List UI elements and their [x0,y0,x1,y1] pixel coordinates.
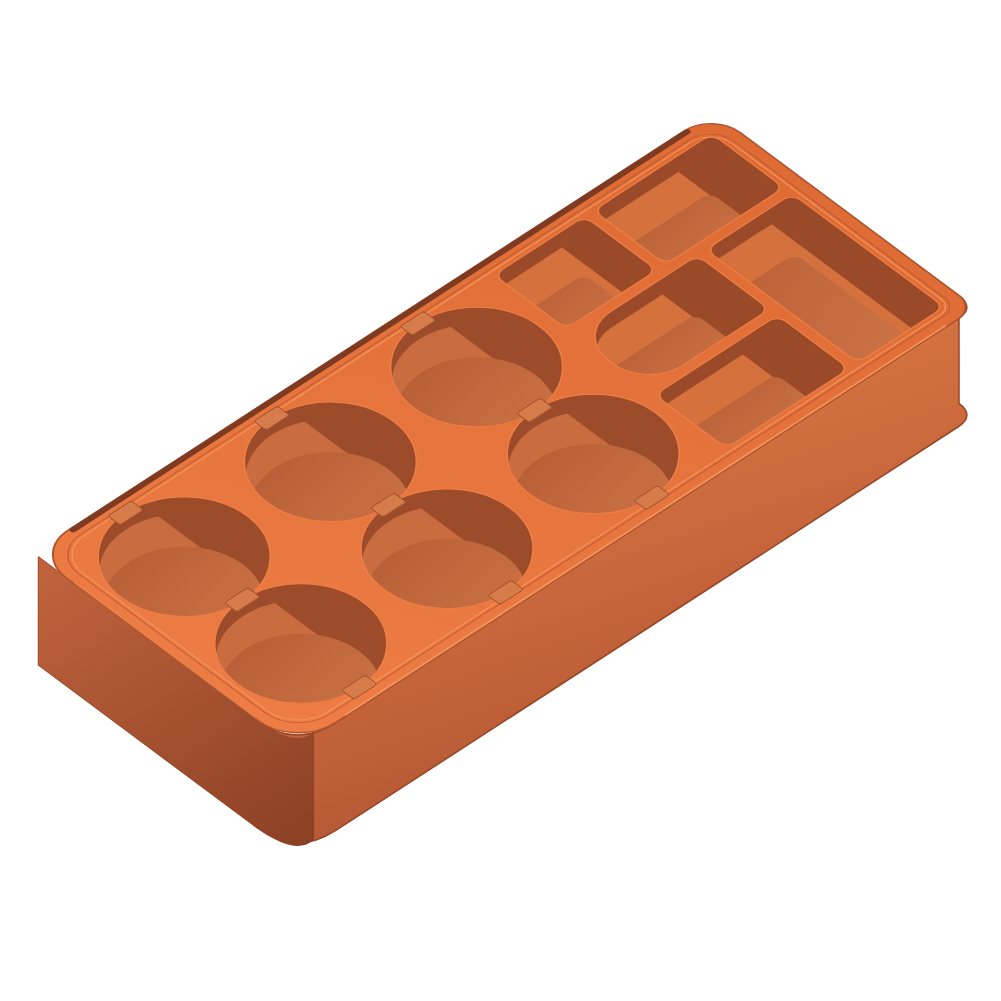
product-photo-scene: 3D product photo of an empty rectangular… [0,0,1001,1001]
organizer-tray-render [0,0,1001,1001]
